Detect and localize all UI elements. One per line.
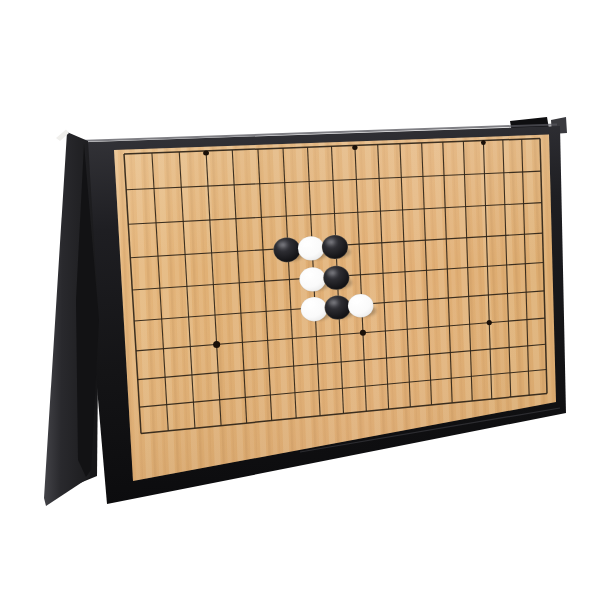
star-point — [487, 320, 492, 325]
stone-white — [301, 297, 327, 321]
stone-highlight — [329, 300, 337, 306]
fold-star-point — [481, 140, 486, 145]
stone-highlight — [326, 239, 334, 245]
stone-black — [323, 266, 349, 290]
stone-black — [273, 237, 300, 262]
stone-black — [325, 296, 351, 320]
fold-star-point — [352, 145, 357, 150]
stone-highlight — [303, 240, 312, 246]
stone-highlight — [305, 301, 314, 307]
stone-black — [322, 235, 348, 259]
stone-white — [348, 294, 374, 318]
product-photo — [0, 0, 600, 600]
star-point — [213, 341, 220, 348]
stone-highlight — [352, 298, 361, 304]
stone-highlight — [278, 242, 286, 248]
star-point — [360, 330, 366, 336]
stone-highlight — [304, 271, 313, 277]
stone-white — [298, 236, 324, 260]
stone-white — [299, 267, 325, 291]
go-board-photo — [0, 0, 600, 600]
fold-star-point — [203, 150, 209, 155]
stone-highlight — [328, 270, 336, 276]
